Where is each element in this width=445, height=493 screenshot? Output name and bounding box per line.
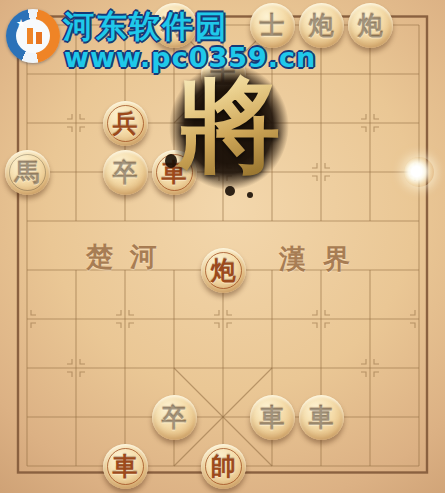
piece-red-general[interactable]: 帥 <box>201 444 246 489</box>
piece-black-general[interactable]: 将 <box>152 3 197 48</box>
piece-character: 士 <box>211 61 236 88</box>
piece-character: 車 <box>162 159 187 186</box>
piece-character: 車 <box>260 404 285 431</box>
piece-black-advisor[interactable]: 士 <box>201 52 246 97</box>
river-label-chu: 楚河 <box>86 239 174 275</box>
piece-red-chariot[interactable]: 車 <box>152 150 197 195</box>
piece-character: 将 <box>162 12 187 39</box>
piece-red-cannon[interactable]: 炮 <box>201 248 246 293</box>
piece-black-chariot[interactable]: 車 <box>250 395 295 440</box>
piece-character: 馬 <box>15 159 40 186</box>
piece-red-soldier[interactable]: 兵 <box>103 101 148 146</box>
sparkle-effect-icon <box>404 157 434 187</box>
piece-character: 卒 <box>113 159 138 186</box>
piece-black-advisor[interactable]: 士 <box>250 3 295 48</box>
piece-character: 車 <box>309 404 334 431</box>
piece-black-soldier[interactable]: 卒 <box>152 395 197 440</box>
piece-character: 卒 <box>162 404 187 431</box>
piece-character: 炮 <box>358 12 383 39</box>
piece-black-chariot[interactable]: 車 <box>299 395 344 440</box>
piece-black-cannon[interactable]: 炮 <box>299 3 344 48</box>
piece-character: 兵 <box>113 110 138 137</box>
piece-character: 士 <box>260 12 285 39</box>
piece-character: 炮 <box>309 12 334 39</box>
piece-black-soldier[interactable]: 卒 <box>103 150 148 195</box>
piece-character: 帥 <box>211 453 236 480</box>
river-label-han: 漢界 <box>279 241 367 277</box>
piece-red-chariot[interactable]: 車 <box>103 444 148 489</box>
xiangqi-app: 楚河 漢界 将士炮炮士兵馬卒車炮卒車車車帥 將 ★ 河东软件园 www.pc03… <box>0 0 445 493</box>
piece-black-horse[interactable]: 馬 <box>5 150 50 195</box>
piece-black-cannon[interactable]: 炮 <box>348 3 393 48</box>
piece-character: 炮 <box>211 257 236 284</box>
piece-character: 車 <box>113 453 138 480</box>
